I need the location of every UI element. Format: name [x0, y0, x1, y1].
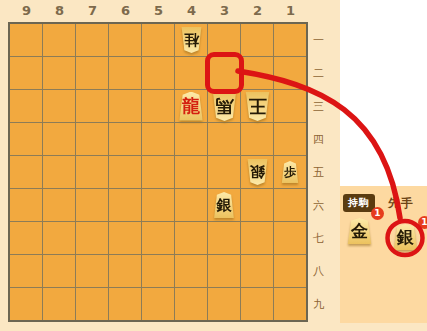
board-square[interactable] [142, 288, 174, 320]
silver-count-badge: 1 [418, 216, 427, 229]
shogi-piece[interactable]: 歩 [281, 161, 300, 183]
rank-label: 七 [310, 222, 330, 255]
rank-label: 二 [310, 57, 330, 90]
board-square[interactable] [142, 156, 174, 188]
board-square[interactable] [109, 255, 141, 287]
board-square[interactable] [76, 189, 108, 221]
board-square[interactable]: 歩 [274, 156, 306, 188]
gold-piece-glyph: 金 [346, 218, 373, 244]
board-square[interactable] [142, 90, 174, 122]
shogi-piece[interactable]: 馬 [211, 92, 238, 121]
board-square[interactable] [109, 189, 141, 221]
board-square[interactable]: 銀 [208, 189, 240, 221]
board-square[interactable] [10, 90, 42, 122]
piece-glyph: 銀 [213, 192, 236, 218]
board-square[interactable] [43, 24, 75, 56]
hand-piece-silver[interactable]: 銀 [392, 224, 419, 250]
highlight-square [205, 52, 244, 94]
rank-label: 三 [310, 90, 330, 123]
file-label: 4 [175, 2, 208, 20]
board-square[interactable] [10, 222, 42, 254]
file-label: 2 [241, 2, 274, 20]
board-square[interactable] [142, 255, 174, 287]
file-label: 5 [142, 2, 175, 20]
shogi-piece[interactable]: 王 [244, 92, 271, 121]
board-square[interactable] [10, 288, 42, 320]
board-square[interactable] [10, 156, 42, 188]
board-square[interactable] [76, 222, 108, 254]
board-square[interactable] [142, 24, 174, 56]
board-square[interactable] [43, 255, 75, 287]
piece-glyph: 王 [244, 92, 271, 121]
board-square[interactable] [76, 24, 108, 56]
piece-glyph: 龍 [178, 92, 205, 121]
board-square[interactable] [43, 288, 75, 320]
hand-piece-gold[interactable]: 金 [346, 218, 373, 244]
rank-labels: 一二三四五六七八九 [310, 24, 330, 321]
file-label: 3 [208, 2, 241, 20]
file-label: 1 [274, 2, 307, 20]
board-square[interactable] [109, 57, 141, 89]
board-square[interactable] [109, 90, 141, 122]
board-square[interactable] [10, 255, 42, 287]
shogi-piece[interactable]: 桂 [180, 27, 203, 53]
board-square[interactable] [10, 57, 42, 89]
board-square[interactable] [274, 255, 306, 287]
board-square[interactable] [175, 57, 207, 89]
board-square[interactable] [10, 189, 42, 221]
board-square[interactable] [208, 288, 240, 320]
hand-label-tag: 持駒 [343, 194, 375, 212]
shogi-board: 桂龍馬王銀歩銀 [8, 22, 308, 322]
shogi-piece[interactable]: 龍 [178, 92, 205, 121]
board-square[interactable] [109, 288, 141, 320]
board-square[interactable] [208, 123, 240, 155]
board-square[interactable] [109, 222, 141, 254]
board-square[interactable] [241, 189, 273, 221]
board-square[interactable]: 銀 [241, 156, 273, 188]
board-square[interactable] [175, 222, 207, 254]
file-label: 8 [43, 2, 76, 20]
rank-label: 五 [310, 156, 330, 189]
board-square[interactable] [10, 24, 42, 56]
shogi-piece[interactable]: 銀 [246, 159, 269, 185]
board-square[interactable] [274, 24, 306, 56]
player-label: 先手 [388, 195, 414, 212]
rank-label: 九 [310, 288, 330, 321]
file-label: 7 [76, 2, 109, 20]
board-square[interactable] [109, 24, 141, 56]
rank-label: 六 [310, 189, 330, 222]
board-square[interactable] [43, 57, 75, 89]
board-square[interactable] [43, 156, 75, 188]
board-square[interactable] [142, 57, 174, 89]
board-square[interactable]: 桂 [175, 24, 207, 56]
board-square[interactable] [208, 222, 240, 254]
board-square[interactable] [76, 156, 108, 188]
board-square[interactable] [175, 255, 207, 287]
board-square[interactable] [241, 24, 273, 56]
board-square[interactable] [175, 288, 207, 320]
board-square[interactable] [241, 222, 273, 254]
board-square[interactable] [76, 57, 108, 89]
board-square[interactable] [109, 156, 141, 188]
board-square[interactable] [109, 123, 141, 155]
piece-glyph: 歩 [281, 161, 300, 183]
file-label: 6 [109, 2, 142, 20]
piece-glyph: 桂 [180, 27, 203, 53]
board-square[interactable] [142, 222, 174, 254]
piece-glyph: 銀 [246, 159, 269, 185]
board-square[interactable] [241, 123, 273, 155]
board-square[interactable] [274, 123, 306, 155]
board-square[interactable] [274, 222, 306, 254]
rank-label: 八 [310, 255, 330, 288]
piece-glyph: 馬 [211, 92, 238, 121]
board-square[interactable] [274, 90, 306, 122]
board-square[interactable] [241, 255, 273, 287]
board-square[interactable] [208, 255, 240, 287]
shogi-piece[interactable]: 銀 [213, 192, 236, 218]
board-square[interactable] [10, 123, 42, 155]
silver-piece-glyph: 銀 [392, 224, 419, 250]
rank-label: 四 [310, 123, 330, 156]
board-square[interactable]: 王 [241, 90, 273, 122]
board-square[interactable] [274, 189, 306, 221]
board-square[interactable]: 馬 [208, 90, 240, 122]
board-square[interactable] [43, 189, 75, 221]
board-square[interactable] [76, 90, 108, 122]
board-square[interactable] [175, 123, 207, 155]
board-square[interactable] [76, 255, 108, 287]
board-square[interactable]: 龍 [175, 90, 207, 122]
board-square[interactable] [274, 57, 306, 89]
board-square[interactable] [76, 123, 108, 155]
board-square[interactable] [43, 123, 75, 155]
board-square[interactable] [175, 189, 207, 221]
gold-count-badge: 1 [371, 207, 384, 220]
board-square[interactable] [76, 288, 108, 320]
board-square[interactable] [175, 156, 207, 188]
content-whitespace [340, 0, 427, 186]
board-square[interactable] [43, 222, 75, 254]
board-square[interactable] [142, 189, 174, 221]
board-square[interactable] [142, 123, 174, 155]
board-square[interactable] [208, 156, 240, 188]
board-square[interactable] [241, 57, 273, 89]
file-label: 9 [10, 2, 43, 20]
file-labels: 987654321 [10, 2, 307, 20]
board-square[interactable] [43, 90, 75, 122]
rank-label: 一 [310, 24, 330, 57]
board-square[interactable] [274, 288, 306, 320]
page-background: 987654321 桂龍馬王銀歩銀 一二三四五六七八九 持駒 先手 金 1 銀 … [0, 0, 427, 331]
board-square[interactable] [241, 288, 273, 320]
